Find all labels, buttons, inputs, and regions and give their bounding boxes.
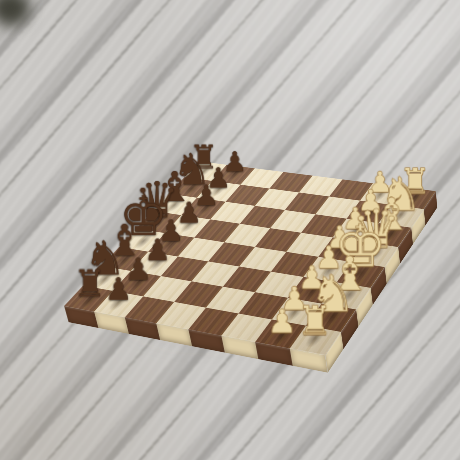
chess-board: ♜♞♝♛♚♝♞♜♟♟♟♟♟♟♟♟♟♟♟♟♟♟♟♟♜♞♝♛♚♝♞♜ — [64, 161, 436, 355]
board-3d-wrap: ♜♞♝♛♚♝♞♜♟♟♟♟♟♟♟♟♟♟♟♟♟♟♟♟♜♞♝♛♚♝♞♜ — [0, 0, 460, 460]
photo-scene: ♜♞♝♛♚♝♞♜♟♟♟♟♟♟♟♟♟♟♟♟♟♟♟♟♜♞♝♛♚♝♞♜ — [0, 0, 460, 460]
